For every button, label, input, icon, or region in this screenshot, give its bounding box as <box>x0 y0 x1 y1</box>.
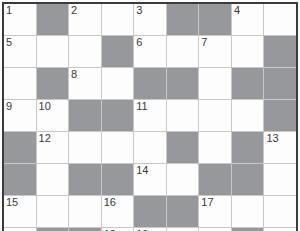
cell-r8c6[interactable] <box>167 228 199 231</box>
cell-r3c7[interactable] <box>199 68 231 99</box>
clue-number-11: 11 <box>136 100 147 112</box>
cell-r2c1[interactable]: 5 <box>4 36 36 67</box>
cell-r7c3[interactable] <box>69 196 101 227</box>
cell-r4c1[interactable]: 9 <box>4 100 36 131</box>
blocked-cell-r6c1 <box>4 164 36 195</box>
blocked-cell-r4c4 <box>102 100 134 131</box>
blocked-cell-r5c8 <box>232 132 264 163</box>
blocked-cell-r8c8 <box>232 228 264 231</box>
blocked-cell-r3c9 <box>264 68 296 99</box>
clue-number-2: 2 <box>71 4 77 16</box>
cell-r6c5[interactable]: 14 <box>134 164 166 195</box>
clue-number-6: 6 <box>136 36 142 48</box>
blocked-cell-r1c6 <box>167 4 199 35</box>
cell-r1c1[interactable]: 1 <box>4 4 36 35</box>
blocked-cell-r1c2 <box>37 4 69 35</box>
blocked-cell-r6c4 <box>102 164 134 195</box>
cell-r8c1[interactable] <box>4 228 36 231</box>
cell-r4c2[interactable]: 10 <box>37 100 69 131</box>
cell-r5c9[interactable]: 13 <box>264 132 296 163</box>
clue-number-13: 13 <box>266 132 278 144</box>
clue-number-17: 17 <box>201 196 213 208</box>
blocked-cell-r3c6 <box>167 68 199 99</box>
clue-number-12: 12 <box>39 132 51 144</box>
cell-r4c5[interactable]: 11 <box>134 100 166 131</box>
cell-r5c2[interactable]: 12 <box>37 132 69 163</box>
cell-r6c9[interactable] <box>264 164 296 195</box>
cell-r8c5[interactable]: 19 <box>134 228 166 231</box>
crossword-grid: 12345678910111213141516171819 <box>4 4 296 231</box>
cell-r5c5[interactable] <box>134 132 166 163</box>
clue-number-10: 10 <box>39 100 51 112</box>
blocked-cell-r2c4 <box>102 36 134 67</box>
clue-number-16: 16 <box>104 196 116 208</box>
cell-r2c3[interactable] <box>69 36 101 67</box>
cell-r7c2[interactable] <box>37 196 69 227</box>
cell-r2c2[interactable] <box>37 36 69 67</box>
blocked-cell-r6c8 <box>232 164 264 195</box>
blocked-cell-r2c9 <box>264 36 296 67</box>
cell-r3c3[interactable]: 8 <box>69 68 101 99</box>
blocked-cell-r7c5 <box>134 196 166 227</box>
cell-r1c4[interactable] <box>102 4 134 35</box>
cell-r8c9[interactable] <box>264 228 296 231</box>
clue-number-14: 14 <box>136 164 148 176</box>
blocked-cell-r8c2 <box>37 228 69 231</box>
clue-number-8: 8 <box>71 68 77 80</box>
blocked-cell-r6c3 <box>69 164 101 195</box>
clue-number-3: 3 <box>136 4 142 16</box>
blocked-cell-r3c5 <box>134 68 166 99</box>
blocked-cell-r5c6 <box>167 132 199 163</box>
cell-r7c1[interactable]: 15 <box>4 196 36 227</box>
crossword-screenshot: 12345678910111213141516171819 <box>0 0 300 231</box>
clue-number-7: 7 <box>201 36 207 48</box>
cell-r2c5[interactable]: 6 <box>134 36 166 67</box>
cell-r1c5[interactable]: 3 <box>134 4 166 35</box>
blocked-cell-r6c7 <box>199 164 231 195</box>
clue-number-19: 19 <box>136 228 148 231</box>
clue-number-18: 18 <box>104 228 116 231</box>
cell-r2c7[interactable]: 7 <box>199 36 231 67</box>
cell-r7c9[interactable] <box>264 196 296 227</box>
cell-r8c4[interactable]: 18 <box>102 228 134 231</box>
cell-r4c8[interactable] <box>232 100 264 131</box>
cell-r1c3[interactable]: 2 <box>69 4 101 35</box>
cell-r6c6[interactable] <box>167 164 199 195</box>
cell-r5c4[interactable] <box>102 132 134 163</box>
blocked-cell-r4c9 <box>264 100 296 131</box>
blocked-cell-r8c3 <box>69 228 101 231</box>
cell-r4c6[interactable] <box>167 100 199 131</box>
cell-r1c9[interactable] <box>264 4 296 35</box>
cell-r4c7[interactable] <box>199 100 231 131</box>
clue-number-4: 4 <box>234 4 240 16</box>
blocked-cell-r7c6 <box>167 196 199 227</box>
blocked-cell-r4c3 <box>69 100 101 131</box>
cell-r3c1[interactable] <box>4 68 36 99</box>
cell-r5c3[interactable] <box>69 132 101 163</box>
cell-r7c8[interactable] <box>232 196 264 227</box>
cell-r2c6[interactable] <box>167 36 199 67</box>
crossword-board: 12345678910111213141516171819 <box>2 2 298 231</box>
cell-r7c7[interactable]: 17 <box>199 196 231 227</box>
blocked-cell-r3c2 <box>37 68 69 99</box>
blocked-cell-r3c8 <box>232 68 264 99</box>
blocked-cell-r1c7 <box>199 4 231 35</box>
clue-number-5: 5 <box>6 36 12 48</box>
clue-number-9: 9 <box>6 100 12 112</box>
cell-r8c7[interactable] <box>199 228 231 231</box>
cell-r7c4[interactable]: 16 <box>102 196 134 227</box>
blocked-cell-r5c1 <box>4 132 36 163</box>
clue-number-1: 1 <box>6 4 12 16</box>
cell-r1c8[interactable]: 4 <box>232 4 264 35</box>
cell-r5c7[interactable] <box>199 132 231 163</box>
cell-r2c8[interactable] <box>232 36 264 67</box>
clue-number-15: 15 <box>6 196 18 208</box>
cell-r6c2[interactable] <box>37 164 69 195</box>
cell-r3c4[interactable] <box>102 68 134 99</box>
